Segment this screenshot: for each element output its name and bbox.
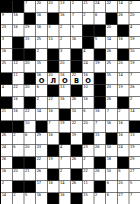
cell-r1c7[interactable]: 2 — [71, 1, 82, 12]
black-cell-r7c1 — [1, 73, 12, 84]
cell-number: 10 — [25, 121, 29, 125]
cell-r11c5[interactable]: 7 — [48, 121, 59, 132]
cell-r7c6[interactable]: 16О — [59, 73, 70, 84]
cell-number: 21 — [83, 1, 87, 5]
cell-number: 5 — [95, 37, 97, 41]
cell-r10c7[interactable]: 10 — [71, 109, 82, 120]
cell-number: 22 — [48, 97, 52, 101]
cell-r2c1[interactable]: 9 — [1, 13, 12, 24]
black-cell-r11c4 — [36, 121, 47, 132]
cell-number: 16 — [37, 25, 41, 29]
cell-number: 20 — [118, 181, 122, 185]
cell-r1c10[interactable]: 22 — [106, 1, 117, 12]
cell-r12c4[interactable]: 29 — [36, 133, 47, 144]
cell-number: 24 — [2, 145, 6, 149]
cell-r12c3[interactable]: 6 — [24, 133, 35, 144]
cell-number: 23 — [107, 85, 111, 89]
cell-r15c10[interactable]: 10 — [106, 169, 117, 180]
cell-r12c7[interactable]: 19 — [71, 133, 82, 144]
black-cell-r9c3 — [24, 97, 35, 108]
cell-number: 22 — [25, 109, 29, 113]
cell-r1c4[interactable]: 20 — [36, 1, 47, 12]
cell-number: 16 — [13, 13, 17, 17]
cell-number: 16 — [13, 25, 17, 29]
cell-r15c9[interactable]: 26 — [94, 169, 105, 180]
cell-number: 3 — [48, 25, 50, 29]
cell-r14c7[interactable]: 26 — [71, 157, 82, 168]
cell-number: 7 — [95, 121, 97, 125]
cell-r14c6[interactable]: 7 — [59, 157, 70, 168]
black-cell-r4c2 — [13, 37, 24, 48]
cell-number: 6 — [95, 13, 97, 17]
cell-r3c6[interactable]: 2 — [59, 25, 70, 36]
black-cell-r12c10 — [106, 133, 117, 144]
cell-number: 2 — [83, 13, 85, 17]
cell-r17c8[interactable]: 15 — [83, 193, 94, 204]
cell-r5c1[interactable]: 16 — [1, 49, 12, 60]
cell-number: 20 — [107, 25, 111, 29]
cell-r8c2[interactable]: 22 — [13, 85, 24, 96]
cell-number: 2 — [72, 1, 74, 5]
cell-r15c12[interactable]: 27 — [129, 169, 140, 180]
cell-r3c4[interactable]: 16 — [36, 25, 47, 36]
cell-r11c3[interactable]: 10 — [24, 121, 35, 132]
cell-number: 16 — [60, 97, 64, 101]
cell-r17c10[interactable]: 6 — [106, 193, 117, 204]
cell-number: 16 — [37, 13, 41, 17]
cell-r8c4[interactable]: 6 — [36, 85, 47, 96]
cell-number: 20 — [25, 85, 29, 89]
cell-r4c7[interactable]: 16 — [71, 37, 82, 48]
cell-r4c9[interactable]: 5 — [94, 37, 105, 48]
cell-number: 20 — [25, 145, 29, 149]
cell-r5c6[interactable]: 3 — [59, 49, 70, 60]
cell-number: 2 — [2, 181, 4, 185]
cell-number: 7 — [25, 1, 27, 5]
cell-r17c12[interactable]: 7 — [129, 193, 140, 204]
black-cell-r5c11 — [118, 49, 129, 60]
cell-r6c2[interactable]: 12 — [13, 61, 24, 72]
cell-r9c8[interactable]: 16 — [83, 97, 94, 108]
cell-r15c6[interactable]: 2 — [59, 169, 70, 180]
cell-number: 10 — [107, 145, 111, 149]
cell-number: 5 — [25, 193, 27, 197]
black-cell-r16c9 — [94, 181, 105, 192]
cell-r15c11[interactable]: 6 — [118, 169, 129, 180]
cell-r4c10[interactable]: 14 — [106, 37, 117, 48]
black-cell-r9c11 — [118, 97, 129, 108]
cell-r7c7[interactable]: 22В — [71, 73, 82, 84]
cell-r12c9[interactable]: 15 — [94, 133, 105, 144]
cell-number: 26 — [72, 157, 76, 161]
cell-r3c7[interactable]: 5 — [71, 25, 82, 36]
cell-r13c1[interactable]: 24 — [1, 145, 12, 156]
cell-number: 10 — [83, 85, 87, 89]
cell-number: 16 — [2, 49, 6, 53]
cell-r12c1[interactable]: 26 — [1, 133, 12, 144]
cell-number: 22 — [83, 169, 87, 173]
cell-r3c2[interactable]: 16 — [13, 25, 24, 36]
cell-number: 19 — [130, 37, 134, 41]
cell-r1c8[interactable]: 21 — [83, 1, 94, 12]
cell-r1c3[interactable]: 7 — [24, 1, 35, 12]
cell-r13c8[interactable]: 23 — [83, 145, 94, 156]
cell-number: 10 — [48, 37, 52, 41]
cell-r8c1[interactable]: 4 — [1, 85, 12, 96]
black-cell-r1c1 — [1, 1, 12, 12]
cell-r3c5[interactable]: 3 — [48, 25, 59, 36]
cell-number: 14 — [37, 109, 41, 113]
cell-number: 2 — [83, 157, 85, 161]
cell-r7c5[interactable]: 20Л — [48, 73, 59, 84]
cell-number: 29 — [25, 25, 29, 29]
cell-r15c3[interactable]: 21 — [24, 169, 35, 180]
cell-r6c8[interactable]: 24 — [83, 61, 94, 72]
cell-r4c4[interactable]: 25 — [36, 37, 47, 48]
cell-number: 17 — [37, 181, 41, 185]
cell-number: 13 — [60, 1, 64, 5]
cell-number: 24 — [118, 145, 122, 149]
cell-r8c11[interactable]: 19 — [118, 85, 129, 96]
black-cell-r12c8 — [83, 133, 94, 144]
cell-r3c10[interactable]: 20 — [106, 25, 117, 36]
black-cell-r11c1 — [1, 121, 12, 132]
cell-number: 14 — [130, 109, 134, 113]
cell-number: 27 — [130, 169, 134, 173]
cell-number: 26 — [118, 13, 122, 17]
cell-number: 5 — [130, 181, 132, 185]
cell-r10c2[interactable]: 16 — [13, 109, 24, 120]
cell-number: 15 — [25, 37, 29, 41]
black-cell-r15c5 — [48, 169, 59, 180]
cell-number: 14 — [107, 37, 111, 41]
cell-r3c12[interactable]: 4 — [129, 25, 140, 36]
cell-r6c11[interactable]: 20 — [118, 61, 129, 72]
cell-number: 15 — [95, 133, 99, 137]
black-cell-r7c9 — [94, 73, 105, 84]
cell-r15c2[interactable]: 20 — [13, 169, 24, 180]
cell-r10c5[interactable]: 16 — [48, 109, 59, 120]
cell-r10c10[interactable]: 7 — [106, 109, 117, 120]
cell-r14c1[interactable]: 26 — [1, 157, 12, 168]
cell-number: 16 — [118, 121, 122, 125]
cell-r14c8[interactable]: 2 — [83, 157, 94, 168]
cell-number: 26 — [95, 145, 99, 149]
cell-number: 4 — [60, 145, 62, 149]
cell-r16c6[interactable]: 14 — [59, 181, 70, 192]
cell-letter: О — [36, 76, 47, 84]
cell-r9c12[interactable]: 2 — [129, 97, 140, 108]
cell-r10c1[interactable]: 21 — [1, 109, 12, 120]
cell-number: 21 — [25, 169, 29, 173]
cell-number: 4 — [130, 25, 132, 29]
cell-number: 19 — [72, 133, 76, 137]
cell-r1c9[interactable]: 24 — [94, 1, 105, 12]
cell-r6c9[interactable]: 19 — [94, 61, 105, 72]
cell-number: 2 — [60, 25, 62, 29]
cell-r2c9[interactable]: 6 — [94, 13, 105, 24]
cell-r11c7[interactable]: 22 — [71, 121, 82, 132]
cell-r6c12[interactable]: 19 — [129, 61, 140, 72]
cell-number: 2 — [118, 109, 120, 113]
cell-number: 13 — [130, 133, 134, 137]
black-cell-r6c7 — [71, 61, 82, 72]
cell-number: 20 — [83, 121, 87, 125]
cell-r6c4[interactable]: 15 — [36, 61, 47, 72]
cell-number: 16 — [48, 109, 52, 113]
black-cell-r2c3 — [24, 13, 35, 24]
black-cell-r7c3 — [24, 73, 35, 84]
cell-r12c11[interactable]: 16 — [118, 133, 129, 144]
cell-r2c2[interactable]: 16 — [13, 13, 24, 24]
cell-r1c6[interactable]: 13 — [59, 1, 70, 12]
black-cell-r2c10 — [106, 13, 117, 24]
cell-r4c5[interactable]: 10 — [48, 37, 59, 48]
cell-number: 16 — [60, 13, 64, 17]
cell-r10c3[interactable]: 22 — [24, 109, 35, 120]
cell-r15c8[interactable]: 22 — [83, 169, 94, 180]
cell-r3c1[interactable]: 23 — [1, 25, 12, 36]
black-cell-r10c6 — [59, 109, 70, 120]
cell-number: 16 — [72, 37, 76, 41]
cell-r14c4[interactable]: 22 — [36, 157, 47, 168]
cell-number: 16 — [118, 37, 122, 41]
cell-r16c7[interactable]: 26 — [71, 181, 82, 192]
cell-number: 6 — [107, 193, 109, 197]
cell-r10c9[interactable]: 16 — [94, 109, 105, 120]
cell-number: 26 — [107, 49, 111, 53]
cell-number: 29 — [37, 133, 41, 137]
black-cell-r12c6 — [59, 133, 70, 144]
cell-r16c10[interactable]: 6 — [106, 181, 117, 192]
cell-r12c2[interactable]: 2 — [13, 133, 24, 144]
cell-r17c11[interactable]: 27 — [118, 193, 129, 204]
cell-r9c6[interactable]: 16 — [59, 97, 70, 108]
cell-number: 20 — [37, 1, 41, 5]
cell-r4c3[interactable]: 15 — [24, 37, 35, 48]
cell-number: 16 — [37, 193, 41, 197]
cell-r8c8[interactable]: 10 — [83, 85, 94, 96]
cell-r17c1[interactable]: 14 — [1, 193, 12, 204]
cell-number: 10 — [130, 49, 134, 53]
cell-number: 7 — [130, 193, 132, 197]
cell-r7c10[interactable]: 15 — [106, 73, 117, 84]
cell-number: 6 — [83, 109, 85, 113]
cell-number: 16 — [48, 181, 52, 185]
cell-number: 16 — [13, 109, 17, 113]
cell-number: 16 — [83, 97, 87, 101]
cell-r17c9[interactable]: 2 — [94, 193, 105, 204]
cell-number: 25 — [107, 61, 111, 65]
black-cell-r17c5 — [48, 193, 59, 204]
cell-r9c10[interactable]: 26 — [106, 97, 117, 108]
cell-r7c2[interactable]: 11 — [13, 73, 24, 84]
cell-r14c5[interactable]: 19 — [48, 157, 59, 168]
cell-r5c4[interactable]: 2 — [36, 49, 47, 60]
cell-r2c8[interactable]: 2 — [83, 13, 94, 24]
cell-number: 2 — [13, 193, 15, 197]
cell-letter: В — [71, 76, 82, 84]
black-cell-r5c2 — [13, 49, 24, 60]
cell-number: 16 — [95, 109, 99, 113]
cell-r17c2[interactable]: 2 — [13, 193, 24, 204]
cell-number: 2 — [60, 169, 62, 173]
cell-r12c5[interactable]: 16 — [48, 133, 59, 144]
cell-r9c7[interactable]: 26 — [71, 97, 82, 108]
cell-letter: О — [59, 76, 70, 84]
cell-r17c3[interactable]: 5 — [24, 193, 35, 204]
cell-number: 26 — [130, 85, 134, 89]
black-cell-r13c7 — [71, 145, 82, 156]
cell-r15c4[interactable]: 26 — [36, 169, 47, 180]
cell-r13c10[interactable]: 10 — [106, 145, 117, 156]
cell-number: 2 — [130, 97, 132, 101]
cell-number: 11 — [83, 181, 87, 185]
cell-r13c12[interactable]: 19 — [129, 145, 140, 156]
cell-number: 26 — [2, 133, 6, 137]
cell-r4c12[interactable]: 19 — [129, 37, 140, 48]
cell-r13c2[interactable]: 6 — [13, 145, 24, 156]
cell-r13c3[interactable]: 20 — [24, 145, 35, 156]
cell-r17c6[interactable]: 16 — [59, 193, 70, 204]
cell-r5c8[interactable]: 4 — [83, 49, 94, 60]
cell-letter: Л — [48, 76, 59, 84]
cell-r8c10[interactable]: 23 — [106, 85, 117, 96]
cell-number: 15 — [107, 73, 111, 77]
cell-r1c11[interactable]: 14 — [118, 1, 129, 12]
black-cell-r16c2 — [13, 181, 24, 192]
black-cell-r11c2 — [13, 121, 24, 132]
cell-r6c10[interactable]: 25 — [106, 61, 117, 72]
cell-number: 18 — [107, 157, 111, 161]
cell-r16c8[interactable]: 11 — [83, 181, 94, 192]
cell-r17c4[interactable]: 16 — [36, 193, 47, 204]
cell-r2c11[interactable]: 26 — [118, 13, 129, 24]
cell-r2c12[interactable]: 20 — [129, 13, 140, 24]
cell-number: 13 — [60, 85, 64, 89]
cell-r10c11[interactable]: 2 — [118, 109, 129, 120]
cell-r11c8[interactable]: 20 — [83, 121, 94, 132]
black-cell-r1c2 — [13, 1, 24, 12]
cell-number: 6 — [37, 85, 39, 89]
cell-r8c3[interactable]: 20 — [24, 85, 35, 96]
cell-r2c7[interactable]: 7 — [71, 13, 82, 24]
cell-r16c11[interactable]: 20 — [118, 181, 129, 192]
black-cell-r9c9 — [94, 97, 105, 108]
cell-number: 4 — [2, 85, 4, 89]
cell-number: 14 — [118, 73, 122, 77]
black-cell-r11c12 — [129, 121, 140, 132]
cell-r10c12[interactable]: 14 — [129, 109, 140, 120]
cell-r13c9[interactable]: 26 — [94, 145, 105, 156]
cell-r4c6[interactable]: 2 — [59, 37, 70, 48]
cell-r8c12[interactable]: 26 — [129, 85, 140, 96]
cell-number: 3 — [2, 37, 4, 41]
cell-number: 2 — [13, 133, 15, 137]
cell-number: 16 — [48, 133, 52, 137]
cell-number: 2 — [37, 97, 39, 101]
cell-number: 2 — [37, 49, 39, 53]
cell-number: 14 — [60, 181, 64, 185]
cell-number: 29 — [130, 157, 134, 161]
cell-number: 19 — [130, 61, 134, 65]
cell-r14c12[interactable]: 29 — [129, 157, 140, 168]
cell-r3c3[interactable]: 29 — [24, 25, 35, 36]
cell-r4c11[interactable]: 16 — [118, 37, 129, 48]
cell-r14c10[interactable]: 18 — [106, 157, 117, 168]
cell-r13c4[interactable]: 23 — [36, 145, 47, 156]
cell-r16c4[interactable]: 17 — [36, 181, 47, 192]
black-cell-r14c3 — [24, 157, 35, 168]
cell-number: 6 — [25, 133, 27, 137]
keyword-grid: 7202013221242214291616167262620231629163… — [0, 0, 140, 204]
cell-r7c4[interactable]: 16О — [36, 73, 47, 84]
black-cell-r5c9 — [94, 49, 105, 60]
cell-r11c11[interactable]: 16 — [118, 121, 129, 132]
black-cell-r6c5 — [48, 61, 59, 72]
cell-r16c1[interactable]: 2 — [1, 181, 12, 192]
cell-r1c5[interactable]: 20 — [48, 1, 59, 12]
cell-r9c5[interactable]: 22 — [48, 97, 59, 108]
cell-r9c2[interactable]: 16 — [13, 97, 24, 108]
cell-number: 2 — [130, 1, 132, 5]
cell-r6c3[interactable]: 20 — [24, 61, 35, 72]
cell-r1c12[interactable]: 2 — [129, 1, 140, 12]
cell-number: 16 — [107, 121, 111, 125]
cell-r15c1[interactable]: 16 — [1, 169, 12, 180]
cell-r11c9[interactable]: 7 — [94, 121, 105, 132]
cell-r13c11[interactable]: 24 — [118, 145, 129, 156]
cell-r6c6[interactable]: 20 — [59, 61, 70, 72]
cell-number: 24 — [95, 1, 99, 5]
cell-r7c11[interactable]: 14 — [118, 73, 129, 84]
cell-r4c1[interactable]: 3 — [1, 37, 12, 48]
cell-r11c6[interactable]: 19 — [59, 121, 70, 132]
cell-r2c4[interactable]: 16 — [36, 13, 47, 24]
cell-r5c10[interactable]: 26 — [106, 49, 117, 60]
cell-r8c6[interactable]: 13 — [59, 85, 70, 96]
cell-r16c5[interactable]: 16 — [48, 181, 59, 192]
cell-r9c4[interactable]: 2 — [36, 97, 47, 108]
cell-number: 12 — [13, 61, 17, 65]
cell-r6c1[interactable]: 25 — [1, 61, 12, 72]
cell-number: 22 — [72, 121, 76, 125]
cell-number: 26 — [37, 169, 41, 173]
black-cell-r4c8 — [83, 37, 94, 48]
cell-r11c10[interactable]: 16 — [106, 121, 117, 132]
cell-r2c6[interactable]: 16 — [59, 13, 70, 24]
cell-number: 6 — [107, 181, 109, 185]
cell-number: 20 — [130, 13, 134, 17]
cell-r10c4[interactable]: 14 — [36, 109, 47, 120]
cell-number: 27 — [118, 193, 122, 197]
cell-r7c12[interactable]: 7 — [129, 73, 140, 84]
cell-number: 5 — [72, 25, 74, 29]
cell-number: 15 — [83, 193, 87, 197]
cell-number: 14 — [2, 193, 6, 197]
cell-r10c8[interactable]: 6 — [83, 109, 94, 120]
cell-r13c6[interactable]: 4 — [59, 145, 70, 156]
black-cell-r16c3 — [24, 181, 35, 192]
cell-number: 21 — [2, 109, 6, 113]
cell-number: 20 — [25, 61, 29, 65]
cell-number: 16 — [2, 169, 6, 173]
cell-r16c12[interactable]: 5 — [129, 181, 140, 192]
cell-r7c8[interactable]: 16О — [83, 73, 94, 84]
cell-number: 26 — [72, 181, 76, 185]
cell-r12c12[interactable]: 13 — [129, 133, 140, 144]
cell-r5c12[interactable]: 10 — [129, 49, 140, 60]
